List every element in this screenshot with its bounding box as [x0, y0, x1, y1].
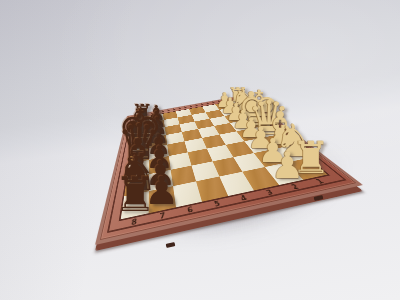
rank-label-7: 7 [159, 212, 165, 220]
rank-label-3: 3 [265, 189, 274, 196]
rank-label-6: 6 [187, 206, 194, 214]
chess-photo-scene: 87654321 ♜♟♞♟♝♟♟♜♚♟♟♞♛♟♟♝♟♝♚♟♟♞♛♟♟♝♜♟♟♞♟… [0, 0, 400, 300]
rank-label-4: 4 [239, 194, 248, 202]
rank-label-8: 8 [131, 218, 137, 227]
square-a7 [148, 186, 175, 213]
rank-label-1: 1 [315, 178, 326, 185]
square-a8 [121, 191, 149, 219]
rank-label-2: 2 [290, 183, 300, 190]
rank-label-5: 5 [213, 200, 221, 208]
